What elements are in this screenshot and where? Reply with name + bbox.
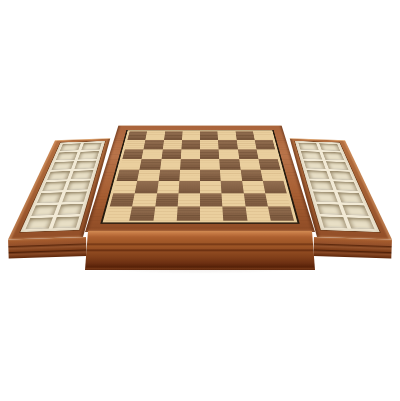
square-r6c1 [132, 193, 156, 206]
square-r4c3 [179, 170, 200, 181]
square-r0c1 [145, 131, 164, 140]
right-drawer-compartment [342, 204, 368, 215]
square-r0c3 [182, 131, 200, 140]
left-drawer-compartment [25, 217, 53, 229]
right-drawer-compartment [347, 217, 375, 229]
square-r3c1 [140, 159, 162, 170]
square-r6c2 [155, 193, 178, 206]
product-image [0, 0, 400, 401]
left-drawer-perspective [1, 37, 83, 239]
square-r0c7 [253, 131, 273, 140]
left-drawer-compartment [31, 204, 57, 215]
square-r1c3 [181, 140, 200, 149]
square-r5c1 [135, 181, 158, 193]
right-drawer-compartment [313, 192, 338, 202]
right-drawer-front [313, 237, 392, 259]
square-r4c6 [240, 170, 262, 181]
right-drawer [313, 37, 399, 259]
left-drawer-compartment [56, 152, 78, 160]
square-r7c3 [177, 206, 200, 220]
left-drawer [1, 37, 87, 259]
right-drawer-compartment [322, 152, 344, 160]
square-r0c0 [127, 131, 147, 140]
square-r2c0 [122, 149, 143, 159]
square-r7c0 [106, 206, 132, 220]
square-r1c4 [200, 140, 219, 149]
chessboard-squares [106, 131, 294, 220]
square-r2c4 [200, 149, 219, 159]
square-r7c5 [223, 206, 247, 220]
square-r2c2 [161, 149, 181, 159]
board-case [85, 2, 315, 270]
square-r6c5 [222, 193, 245, 206]
right-drawer-compartment [338, 192, 363, 202]
square-r4c7 [260, 170, 283, 181]
right-drawer-compartment [317, 204, 343, 215]
square-r5c0 [113, 181, 137, 193]
square-r0c5 [218, 131, 237, 140]
square-r4c4 [200, 170, 221, 181]
square-r7c2 [153, 206, 177, 220]
case-front-moulding [85, 231, 315, 270]
left-drawer-compartment [62, 192, 87, 202]
square-r6c0 [110, 193, 135, 206]
left-drawer-compartment [58, 204, 84, 215]
square-r6c4 [200, 193, 223, 206]
square-r6c6 [243, 193, 267, 206]
square-r2c3 [181, 149, 200, 159]
right-drawer-compartment [326, 161, 349, 170]
square-r1c7 [255, 140, 276, 149]
square-r7c6 [245, 206, 270, 220]
square-r4c0 [117, 170, 140, 181]
square-r3c7 [258, 159, 280, 170]
square-r0c2 [164, 131, 183, 140]
square-r4c5 [220, 170, 242, 181]
right-drawer-compartment [334, 181, 358, 191]
square-r1c1 [144, 140, 164, 149]
square-r4c2 [158, 170, 180, 181]
square-r5c2 [157, 181, 179, 193]
square-r1c6 [236, 140, 256, 149]
left-drawer-compartment [52, 161, 75, 170]
square-r7c1 [130, 206, 155, 220]
square-r0c6 [235, 131, 254, 140]
square-r5c3 [178, 181, 200, 193]
square-r7c4 [200, 206, 223, 220]
square-r6c3 [177, 193, 200, 206]
square-r3c4 [200, 159, 220, 170]
square-r5c4 [200, 181, 222, 193]
right-drawer-compartment [321, 216, 348, 228]
right-drawer-compartment [319, 143, 340, 151]
square-r5c5 [221, 181, 243, 193]
chessboard-top [85, 125, 315, 232]
square-r0c4 [200, 131, 218, 140]
square-r3c0 [119, 159, 141, 170]
square-r1c0 [125, 140, 146, 149]
square-r3c3 [180, 159, 200, 170]
square-r2c5 [219, 149, 239, 159]
board-perspective [85, 2, 315, 232]
square-r7c7 [268, 206, 294, 220]
square-r3c2 [160, 159, 181, 170]
square-r1c2 [162, 140, 181, 149]
ground-shadow [88, 266, 312, 274]
right-drawer-compartment [330, 171, 353, 180]
square-r3c5 [219, 159, 240, 170]
square-r2c7 [256, 149, 277, 159]
square-r2c6 [238, 149, 259, 159]
square-r5c7 [263, 181, 287, 193]
left-drawer-front [8, 237, 87, 259]
left-drawer-compartment [47, 171, 70, 180]
right-drawer-perspective [317, 37, 399, 239]
square-r4c1 [137, 170, 159, 181]
square-r6c7 [265, 193, 290, 206]
square-r5c6 [242, 181, 265, 193]
square-r1c5 [218, 140, 237, 149]
square-r3c6 [239, 159, 261, 170]
left-drawer-compartment [37, 192, 62, 202]
square-r2c1 [142, 149, 163, 159]
left-drawer-compartment [60, 143, 81, 151]
left-drawer-compartment [42, 181, 66, 191]
board-inlay-border [100, 130, 299, 224]
left-drawer-compartment [53, 216, 80, 228]
